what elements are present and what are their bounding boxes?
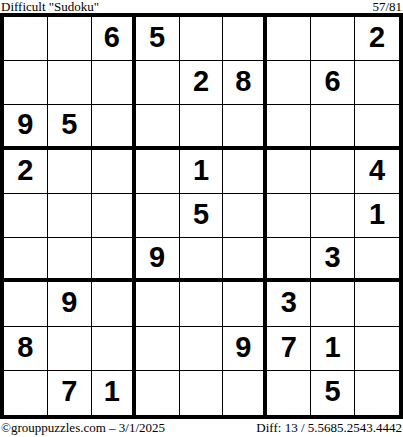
cell-r9c3-given: 1 xyxy=(92,371,136,415)
cell-r2c4-empty[interactable] xyxy=(136,61,180,105)
cell-r9c6-empty[interactable] xyxy=(223,371,267,415)
cell-r3c1-given: 9 xyxy=(4,105,48,149)
cell-r6c7-empty[interactable] xyxy=(267,238,311,282)
cell-r5c3-empty[interactable] xyxy=(92,194,136,238)
cell-r8c1-given: 8 xyxy=(4,327,48,371)
cell-r1c1-empty[interactable] xyxy=(4,17,48,61)
cell-r4c2-empty[interactable] xyxy=(48,150,92,194)
cell-r8c2-empty[interactable] xyxy=(48,327,92,371)
cell-r6c1-empty[interactable] xyxy=(4,238,48,282)
cell-r2c6-given: 8 xyxy=(223,61,267,105)
cell-r3c9-empty[interactable] xyxy=(355,105,399,149)
cell-r4c5-given: 1 xyxy=(180,150,224,194)
puzzle-title: Difficult "Sudoku" xyxy=(1,0,99,13)
sudoku-page: Difficult "Sudoku" 57/81 652286952145193… xyxy=(0,0,403,437)
cell-r7c3-empty[interactable] xyxy=(92,282,136,326)
cell-r5c8-empty[interactable] xyxy=(311,194,355,238)
cell-r9c8-given: 5 xyxy=(311,371,355,415)
cell-r6c6-empty[interactable] xyxy=(223,238,267,282)
cell-r2c9-empty[interactable] xyxy=(355,61,399,105)
cell-r6c5-empty[interactable] xyxy=(180,238,224,282)
cell-r5c9-given: 1 xyxy=(355,194,399,238)
cell-r2c7-empty[interactable] xyxy=(267,61,311,105)
cell-r7c1-empty[interactable] xyxy=(4,282,48,326)
cell-r9c5-empty[interactable] xyxy=(180,371,224,415)
cell-r1c4-given: 5 xyxy=(136,17,180,61)
cell-r4c9-given: 4 xyxy=(355,150,399,194)
cell-r3c3-empty[interactable] xyxy=(92,105,136,149)
cell-r5c6-empty[interactable] xyxy=(223,194,267,238)
cell-r4c3-empty[interactable] xyxy=(92,150,136,194)
cell-r7c4-empty[interactable] xyxy=(136,282,180,326)
cell-r6c9-empty[interactable] xyxy=(355,238,399,282)
cell-r1c8-empty[interactable] xyxy=(311,17,355,61)
cell-r4c7-empty[interactable] xyxy=(267,150,311,194)
cell-r8c5-empty[interactable] xyxy=(180,327,224,371)
cell-r1c7-empty[interactable] xyxy=(267,17,311,61)
cell-r5c7-empty[interactable] xyxy=(267,194,311,238)
cell-r5c1-empty[interactable] xyxy=(4,194,48,238)
cell-r5c5-given: 5 xyxy=(180,194,224,238)
cell-r5c2-empty[interactable] xyxy=(48,194,92,238)
cell-r9c4-empty[interactable] xyxy=(136,371,180,415)
cell-r7c8-empty[interactable] xyxy=(311,282,355,326)
cell-r2c2-empty[interactable] xyxy=(48,61,92,105)
cell-r3c4-empty[interactable] xyxy=(136,105,180,149)
cell-r6c3-empty[interactable] xyxy=(92,238,136,282)
cell-r4c6-empty[interactable] xyxy=(223,150,267,194)
cell-r8c4-empty[interactable] xyxy=(136,327,180,371)
cell-r9c7-empty[interactable] xyxy=(267,371,311,415)
cell-r8c9-empty[interactable] xyxy=(355,327,399,371)
cell-r3c8-empty[interactable] xyxy=(311,105,355,149)
footer: ©grouppuzzles.com – 3/1/2025 Diff: 13 / … xyxy=(0,419,403,437)
cell-r5c4-empty[interactable] xyxy=(136,194,180,238)
cell-r2c1-empty[interactable] xyxy=(4,61,48,105)
copyright-text: ©grouppuzzles.com – 3/1/2025 xyxy=(1,420,165,436)
cell-r4c8-empty[interactable] xyxy=(311,150,355,194)
cell-r1c9-given: 2 xyxy=(355,17,399,61)
cell-r7c2-given: 9 xyxy=(48,282,92,326)
cell-r3c2-given: 5 xyxy=(48,105,92,149)
cell-r2c8-given: 6 xyxy=(311,61,355,105)
cell-r3c5-empty[interactable] xyxy=(180,105,224,149)
sudoku-board: 652286952145193938971715 xyxy=(0,13,403,419)
blank-count: 57/81 xyxy=(372,0,402,13)
cell-r3c6-empty[interactable] xyxy=(223,105,267,149)
cell-r7c6-empty[interactable] xyxy=(223,282,267,326)
cell-r7c7-given: 3 xyxy=(267,282,311,326)
cell-r6c8-given: 3 xyxy=(311,238,355,282)
cell-r1c5-empty[interactable] xyxy=(180,17,224,61)
cell-r8c7-given: 7 xyxy=(267,327,311,371)
cell-r9c9-empty[interactable] xyxy=(355,371,399,415)
cell-r2c3-empty[interactable] xyxy=(92,61,136,105)
cell-r7c5-empty[interactable] xyxy=(180,282,224,326)
cell-r6c2-empty[interactable] xyxy=(48,238,92,282)
cell-r9c1-empty[interactable] xyxy=(4,371,48,415)
cell-r4c1-given: 2 xyxy=(4,150,48,194)
cell-r8c6-given: 9 xyxy=(223,327,267,371)
cell-r1c6-empty[interactable] xyxy=(223,17,267,61)
cell-r6c4-given: 9 xyxy=(136,238,180,282)
cell-r4c4-empty[interactable] xyxy=(136,150,180,194)
cell-r2c5-given: 2 xyxy=(180,61,224,105)
cell-r8c3-empty[interactable] xyxy=(92,327,136,371)
cell-r1c2-empty[interactable] xyxy=(48,17,92,61)
cell-r8c8-given: 1 xyxy=(311,327,355,371)
difficulty-text: Diff: 13 / 5.5685.2543.4442 xyxy=(256,420,402,436)
cell-r9c2-given: 7 xyxy=(48,371,92,415)
cell-r1c3-given: 6 xyxy=(92,17,136,61)
cell-r7c9-empty[interactable] xyxy=(355,282,399,326)
header: Difficult "Sudoku" 57/81 xyxy=(0,0,403,13)
cell-r3c7-empty[interactable] xyxy=(267,105,311,149)
